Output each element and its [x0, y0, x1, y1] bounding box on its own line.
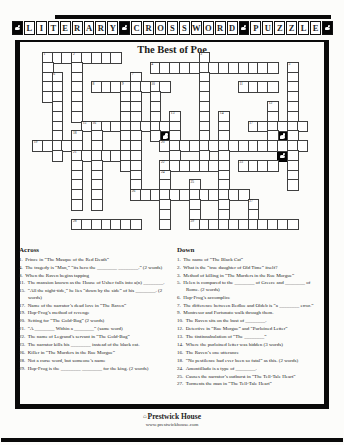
- grid-cell-r1c18[interactable]: [209, 63, 219, 73]
- grid-cell-r7c13[interactable]: [160, 122, 170, 132]
- grid-cell-r8c26[interactable]: [288, 131, 298, 141]
- grid-cell-r13c4[interactable]: [72, 180, 82, 190]
- grid-cell-r11c16[interactable]: [190, 161, 200, 171]
- banner-letter-tile: L: [298, 21, 309, 35]
- raven-icon: [12, 21, 23, 35]
- grid-cell-r15c13[interactable]: [160, 200, 170, 210]
- down-clue-7: 7. The difference between Bedloe and Old…: [177, 303, 324, 309]
- banner-top-rule: [55, 15, 331, 19]
- grid-cell-r1c23[interactable]: [258, 63, 268, 73]
- grid-cell-r4c12[interactable]: [151, 92, 161, 102]
- across-clue-20: 20. Setting for “The Gold-Bug” (2 words): [19, 318, 172, 324]
- grid-cell-r14c6[interactable]: [92, 190, 102, 200]
- grid-cell-r15c6[interactable]: [92, 200, 102, 210]
- grid-cell-r2c2[interactable]: 6: [53, 73, 63, 83]
- across-clue-11: 11. The mansion known as the House of Us…: [19, 280, 172, 286]
- raven-icon: [278, 131, 288, 141]
- clue-number-label: 21: [73, 151, 77, 155]
- grid-cell-r5c12[interactable]: [151, 102, 161, 112]
- grid-cell-r11c14[interactable]: [170, 161, 180, 171]
- grid-cell-r7c19[interactable]: [219, 122, 229, 132]
- grid-cell-r14c16[interactable]: [190, 190, 200, 200]
- grid-cell-r12c10[interactable]: [131, 171, 141, 181]
- grid-cell-r9c3[interactable]: [62, 141, 72, 151]
- grid-cell-r7c10[interactable]: [131, 122, 141, 132]
- grid-cell-r8c17[interactable]: [200, 131, 210, 141]
- banner-letter-tile: L: [24, 21, 35, 35]
- grid-cell-r6c12[interactable]: [151, 112, 161, 122]
- grid-cell-r3c8[interactable]: [111, 82, 121, 92]
- grid-cell-r9c22[interactable]: [249, 141, 259, 151]
- grid-cell-r17c17[interactable]: [200, 220, 210, 230]
- grid-cell-r11c18[interactable]: [209, 161, 219, 171]
- grid-cell-r3c6[interactable]: 8: [92, 82, 102, 92]
- grid-cell-r17c25[interactable]: [278, 220, 288, 230]
- grid-cell-r10c17[interactable]: [200, 151, 210, 161]
- across-clue-list: 1. Prince in “The Masque of the Red Deat…: [19, 257, 172, 372]
- grid-cell-r1c14[interactable]: [170, 63, 180, 73]
- grid-cell-r9c18[interactable]: [209, 141, 219, 151]
- clue-number-label: 15: [83, 122, 87, 126]
- grid-cell-r6c10[interactable]: [131, 112, 141, 122]
- grid-cell-r8c10[interactable]: [131, 131, 141, 141]
- grid-cell-r2c17[interactable]: [200, 73, 210, 83]
- grid-cell-r14c4[interactable]: [72, 190, 82, 200]
- grid-cell-r9c25[interactable]: [278, 141, 288, 151]
- across-clue-29: 29. Hop-Frog is the ________ ________ fo…: [19, 366, 172, 372]
- grid-cell-r4c1[interactable]: [43, 92, 53, 102]
- down-clue-12: 12. Detective in “Rue Morgue” and “Purlo…: [177, 326, 324, 332]
- grid-cell-r1c12[interactable]: 4: [151, 63, 161, 73]
- grid-cell-r7c26[interactable]: [288, 122, 298, 132]
- grid-cell-r7c2[interactable]: [53, 122, 63, 132]
- clue-number-label: 13: [171, 112, 175, 116]
- grid-cell-r6c14[interactable]: 13: [170, 112, 180, 122]
- grid-cell-r7c6[interactable]: 16: [92, 122, 102, 132]
- grid-cell-r1c22[interactable]: [249, 63, 259, 73]
- grid-cell-r7c14[interactable]: [170, 122, 180, 132]
- clue-number-label: 4: [151, 63, 153, 67]
- grid-cell-r3c4[interactable]: [72, 82, 82, 92]
- grid-cell-r3c23[interactable]: [258, 82, 268, 92]
- grid-cell-r7c23[interactable]: [258, 122, 268, 132]
- grid-cell-r17c9[interactable]: [121, 220, 131, 230]
- grid-cell-r10c7[interactable]: [102, 151, 112, 161]
- grid-cell-r11c26[interactable]: [288, 161, 298, 171]
- grid-cell-r9c0[interactable]: 19: [33, 141, 43, 151]
- grid-cell-r17c21[interactable]: [239, 220, 249, 230]
- banner-letter-tile: T: [48, 21, 59, 35]
- raven-icon: [239, 21, 250, 35]
- publisher-name: Prestwick House: [148, 412, 201, 421]
- grid-cell-r17c7[interactable]: [102, 220, 112, 230]
- across-clue-21: 21. “A ________ Within a ________” (same…: [19, 326, 172, 332]
- grid-cell-r10c19[interactable]: [219, 151, 229, 161]
- grid-cell-r7c11[interactable]: [141, 122, 151, 132]
- grid-cell-r17c23[interactable]: [258, 220, 268, 230]
- banner-letter-tile: R: [143, 21, 154, 35]
- clue-number-label: 3: [200, 53, 202, 57]
- clue-number-label: 17: [249, 122, 253, 126]
- across-clue-4: 4. The tragedy is “Man,” “its hero the _…: [19, 265, 172, 271]
- grid-cell-r3c13[interactable]: [160, 82, 170, 92]
- grid-cell-r7c7[interactable]: [102, 122, 112, 132]
- grid-cell-r12c13[interactable]: 24: [160, 171, 170, 181]
- grid-cell-r6c9[interactable]: [121, 112, 131, 122]
- grid-cell-r17c8[interactable]: [111, 220, 121, 230]
- grid-cell-r8c14[interactable]: [170, 131, 180, 141]
- grid-cell-r14c13[interactable]: [160, 190, 170, 200]
- grid-cell-r0c17[interactable]: 3: [200, 53, 210, 63]
- grid-cell-r16c19[interactable]: [219, 210, 229, 220]
- clue-number-label: 22: [161, 161, 165, 165]
- across-clue-28: 28. Not a curse word, but someone’s name: [19, 358, 172, 364]
- grid-cell-r10c10[interactable]: [131, 151, 141, 161]
- grid-cell-r14c21[interactable]: [239, 190, 249, 200]
- crossword-grid: 1234567891011121314151617181920212223242…: [33, 53, 307, 229]
- banner-letter-tile: Z: [286, 21, 297, 35]
- grid-cell-r13c19[interactable]: [219, 180, 229, 190]
- grid-cell-r14c19[interactable]: [219, 190, 229, 200]
- clue-number-label: 28: [73, 220, 77, 224]
- banner-letter-tile: S: [167, 21, 178, 35]
- banner-letter-tile: D: [227, 21, 238, 35]
- across-clue-22: 22. The name of Legrand’s servant in “Th…: [19, 334, 172, 340]
- down-clue-1: 1. The name of “The Black Cat”: [177, 257, 324, 263]
- grid-cell-r14c11[interactable]: [141, 190, 151, 200]
- across-clue-23: 23. The narrator kills his ________ inst…: [19, 342, 172, 348]
- grid-cell-r16c13[interactable]: [160, 210, 170, 220]
- grid-cell-r7c25[interactable]: [278, 122, 288, 132]
- grid-cell-r8c9[interactable]: [121, 131, 131, 141]
- down-clue-list: 1. The name of “The Black Cat”2. What is…: [177, 257, 324, 388]
- page-bottom-rule: [1, 438, 343, 442]
- grid-cell-r1c24[interactable]: [268, 63, 278, 73]
- grid-cell-r13c16[interactable]: 25: [190, 180, 200, 190]
- grid-cell-r8c6[interactable]: [92, 131, 102, 141]
- down-heading: Down: [177, 246, 324, 255]
- grid-cell-r2c1[interactable]: [43, 73, 53, 83]
- grid-cell-r0c7[interactable]: [102, 53, 112, 63]
- clue-number-label: 7: [132, 73, 134, 77]
- grid-cell-r5c4[interactable]: [72, 102, 82, 112]
- grid-cell-r9c27[interactable]: [298, 141, 308, 151]
- banner-letter-tile: O: [203, 21, 214, 35]
- grid-cell-r1c21[interactable]: [239, 63, 249, 73]
- raven-icon: [322, 21, 333, 35]
- grid-cell-r10c9[interactable]: [121, 151, 131, 161]
- grid-cell-r9c13[interactable]: 20: [160, 141, 170, 151]
- grid-cell-r0c4[interactable]: 2: [72, 53, 82, 63]
- down-clue-5: 5. Helen is compared to the ________ of …: [177, 280, 324, 293]
- grid-cell-r3c1[interactable]: [43, 82, 53, 92]
- grid-cell-r9c6[interactable]: [92, 141, 102, 151]
- down-clues-section: Down 1. The name of “The Black Cat”2. Wh…: [177, 246, 324, 389]
- grid-cell-r17c26[interactable]: [288, 220, 298, 230]
- grid-cell-r3c22[interactable]: [249, 82, 259, 92]
- grid-cell-r16c22[interactable]: [249, 210, 259, 220]
- grid-cell-r14c10[interactable]: 26: [131, 190, 141, 200]
- across-clue-15: 15. “All the night-tide,” he lies “down …: [19, 288, 172, 301]
- banner-letter-tiles: LITERARYCROSSWORDPUZZLE: [12, 21, 333, 35]
- across-clue-8: 8. When the Raven begins tapping: [19, 273, 172, 279]
- grid-cell-r17c5[interactable]: [82, 220, 92, 230]
- grid-cell-r17c10[interactable]: [131, 220, 141, 230]
- down-clue-13: 13. The tintinnabulation of “The _______…: [177, 334, 324, 340]
- clue-number-label: 24: [161, 171, 165, 175]
- grid-cell-r9c9[interactable]: [121, 141, 131, 151]
- clue-number-label: 2: [73, 53, 75, 57]
- grid-cell-r9c1[interactable]: [43, 141, 53, 151]
- grid-cell-r9c26[interactable]: [288, 141, 298, 151]
- grid-cell-r12c4[interactable]: [72, 171, 82, 181]
- grid-cell-r3c11[interactable]: [141, 82, 151, 92]
- banner-letter-tile: Z: [274, 21, 285, 35]
- grid-cell-r11c23[interactable]: [258, 161, 268, 171]
- grid-cell-r9c23[interactable]: [258, 141, 268, 151]
- grid-cell-r14c18[interactable]: [209, 190, 219, 200]
- clue-number-label: 27: [249, 200, 253, 204]
- grid-cell-r8c12[interactable]: [151, 131, 161, 141]
- grid-cell-r10c5[interactable]: [82, 151, 92, 161]
- grid-cell-r6c24[interactable]: [268, 112, 278, 122]
- grid-cell-r1c13[interactable]: [160, 63, 170, 73]
- grid-cell-r14c20[interactable]: [229, 190, 239, 200]
- grid-cell-r0c3[interactable]: [62, 53, 72, 63]
- grid-cell-r0c6[interactable]: [92, 53, 102, 63]
- banner-letter-tile: C: [131, 21, 142, 35]
- grid-cell-r9c20[interactable]: [229, 141, 239, 151]
- grid-cell-r7c27[interactable]: [298, 122, 308, 132]
- grid-cell-r8c19[interactable]: [219, 131, 229, 141]
- grid-cell-r5c9[interactable]: [121, 102, 131, 112]
- across-clues-section: Across 1. Prince in “The Masque of the R…: [19, 246, 172, 374]
- grid-cell-r1c1[interactable]: [43, 63, 53, 73]
- grid-cell-r12c26[interactable]: [288, 171, 298, 181]
- down-clue-14: 14. Where the purloined letter was hidde…: [177, 342, 324, 348]
- grid-cell-r15c19[interactable]: [219, 200, 229, 210]
- banner-letter-tile: S: [179, 21, 190, 35]
- grid-cell-r11c15[interactable]: [180, 161, 190, 171]
- grid-cell-r1c17[interactable]: [200, 63, 210, 73]
- grid-cell-r14c12[interactable]: [151, 190, 161, 200]
- grid-cell-r3c10[interactable]: [131, 82, 141, 92]
- grid-cell-r4c9[interactable]: [121, 92, 131, 102]
- grid-cell-r2c10[interactable]: 7: [131, 73, 141, 83]
- banner-letter-tile: O: [155, 21, 166, 35]
- grid-cell-r7c8[interactable]: [111, 122, 121, 132]
- clue-number-label: 25: [190, 181, 194, 185]
- grid-cell-r17c24[interactable]: [268, 220, 278, 230]
- grid-cell-r9c15[interactable]: [180, 141, 190, 151]
- down-clue-9: 9. Montresor and Fortunato walk through …: [177, 310, 324, 316]
- grid-cell-r0c2[interactable]: [53, 53, 63, 63]
- down-clue-27: 27. Torments the man in “The Tell-Tale H…: [177, 381, 324, 387]
- banner-letter-tile: E: [310, 21, 321, 35]
- down-clue-24: 24. Amontillado is a type of ________.: [177, 366, 324, 372]
- grid-cell-r3c7[interactable]: [102, 82, 112, 92]
- down-clue-10: 10. The Raven sits on the bust of ______…: [177, 318, 324, 324]
- clue-number-label: 20: [161, 141, 165, 145]
- grid-cell-r5c26[interactable]: [288, 102, 298, 112]
- down-clue-3: 3. Method of killing in “The Murders in …: [177, 273, 324, 279]
- grid-cell-r8c4[interactable]: 18: [72, 131, 82, 141]
- grid-cell-r15c22[interactable]: 27: [249, 200, 259, 210]
- grid-cell-r9c19[interactable]: [219, 141, 229, 151]
- grid-cell-r14c17[interactable]: [200, 190, 210, 200]
- grid-cell-r6c4[interactable]: [72, 112, 82, 122]
- grid-cell-r7c12[interactable]: [151, 122, 161, 132]
- grid-cell-r1c16[interactable]: [190, 63, 200, 73]
- grid-cell-r5c2[interactable]: [53, 102, 63, 112]
- grid-cell-r10c26[interactable]: [288, 151, 298, 161]
- grid-cell-r11c24[interactable]: [268, 161, 278, 171]
- across-clue-1: 1. Prince in “The Masque of the Red Deat…: [19, 257, 172, 263]
- grid-cell-r15c16[interactable]: [190, 200, 200, 210]
- grid-cell-r0c5[interactable]: [82, 53, 92, 63]
- grid-cell-r7c5[interactable]: 15: [82, 122, 92, 132]
- grid-cell-r4c4[interactable]: [72, 92, 82, 102]
- grid-cell-r1c15[interactable]: [180, 63, 190, 73]
- clue-number-label: 12: [269, 102, 273, 106]
- grid-cell-r2c4[interactable]: [72, 73, 82, 83]
- grid-cell-r4c10[interactable]: [131, 92, 141, 102]
- grid-cell-r17c4[interactable]: 28: [72, 220, 82, 230]
- grid-cell-r17c16[interactable]: 29: [190, 220, 200, 230]
- grid-cell-r14c14[interactable]: [170, 190, 180, 200]
- clue-number-label: 23: [239, 161, 243, 165]
- banner-letter-tile: R: [95, 21, 106, 35]
- grid-cell-r1c20[interactable]: [229, 63, 239, 73]
- clue-number-label: 26: [132, 190, 136, 194]
- grid-cell-r9c16[interactable]: [190, 141, 200, 151]
- clue-number-label: 5: [288, 63, 290, 67]
- grid-cell-r9c17[interactable]: [200, 141, 210, 151]
- across-clue-26: 26. Killer in “The Murders in the Rue Mo…: [19, 350, 172, 356]
- grid-cell-r17c6[interactable]: [92, 220, 102, 230]
- grid-cell-r5c10[interactable]: [131, 102, 141, 112]
- grid-cell-r1c4[interactable]: [72, 63, 82, 73]
- grid-cell-r11c6[interactable]: [92, 161, 102, 171]
- grid-cell-r10c4[interactable]: 21: [72, 151, 82, 161]
- across-clue-17: 17. Name of the narrator’s dead love in …: [19, 303, 172, 309]
- grid-cell-r4c17[interactable]: [200, 92, 210, 102]
- grid-cell-r8c2[interactable]: [53, 131, 63, 141]
- across-clue-19: 19. Hop-Frog’s method of revenge: [19, 310, 172, 316]
- clue-number-label: 16: [92, 122, 96, 126]
- grid-cell-r10c14[interactable]: [170, 151, 180, 161]
- grid-cell-r8c24[interactable]: [268, 131, 278, 141]
- grid-cell-r6c2[interactable]: [53, 112, 63, 122]
- grid-cell-r4c2[interactable]: [53, 92, 63, 102]
- grid-cell-r9c24[interactable]: [268, 141, 278, 151]
- grid-cell-r11c9[interactable]: [121, 161, 131, 171]
- grid-cell-r5c24[interactable]: 12: [268, 102, 278, 112]
- clue-number-label: 18: [73, 132, 77, 136]
- grid-cell-r3c24[interactable]: [268, 82, 278, 92]
- grid-cell-r14c15[interactable]: [180, 190, 190, 200]
- down-clue-25: 25. Causes the narrator’s outburst in “T…: [177, 374, 324, 380]
- grid-cell-r11c4[interactable]: [72, 161, 82, 171]
- grid-cell-r13c13[interactable]: [160, 180, 170, 190]
- grid-cell-r3c17[interactable]: [200, 82, 210, 92]
- grid-cell-r7c22[interactable]: 17: [249, 122, 259, 132]
- clue-number-label: 10: [151, 83, 155, 87]
- banner-letter-tile: A: [84, 21, 95, 35]
- grid-cell-r7c9[interactable]: [121, 122, 131, 132]
- grid-cell-r9c10[interactable]: [131, 141, 141, 151]
- grid-cell-r10c6[interactable]: [92, 151, 102, 161]
- grid-cell-r6c17[interactable]: [200, 112, 210, 122]
- grid-cell-r9c14[interactable]: [170, 141, 180, 151]
- house-icon: ⌂: [143, 413, 147, 419]
- banner-letter-tile: W: [191, 21, 202, 35]
- grid-cell-r11c22[interactable]: [249, 161, 259, 171]
- grid-cell-r3c26[interactable]: [288, 82, 298, 92]
- grid-cell-r13c26[interactable]: [288, 180, 298, 190]
- grid-cell-r3c21[interactable]: 11: [239, 82, 249, 92]
- clue-number-label: 11: [239, 83, 242, 87]
- banner-letter-tile: P: [250, 21, 261, 35]
- grid-cell-r9c21[interactable]: [239, 141, 249, 151]
- down-clue-16: 16. The Raven’s one utterance: [177, 350, 324, 356]
- down-clue-6: 6. Hop-Frog’s accomplice: [177, 295, 324, 301]
- raven-icon: [278, 151, 288, 161]
- clue-number-label: 1: [43, 53, 45, 57]
- grid-cell-r10c2[interactable]: [53, 151, 63, 161]
- grid-cell-r17c19[interactable]: [219, 220, 229, 230]
- grid-cell-r1c26[interactable]: 5: [288, 63, 298, 73]
- clue-number-label: 14: [220, 112, 224, 116]
- grid-cell-r11c17[interactable]: [200, 161, 210, 171]
- grid-cell-r17c13[interactable]: [160, 220, 170, 230]
- grid-cell-r17c18[interactable]: [209, 220, 219, 230]
- grid-cell-r2c26[interactable]: [288, 73, 298, 83]
- grid-cell-r0c1[interactable]: 1: [43, 53, 53, 63]
- grid-cell-r11c19[interactable]: [219, 161, 229, 171]
- grid-cell-r7c24[interactable]: [268, 122, 278, 132]
- grid-cell-r9c2[interactable]: [53, 141, 63, 151]
- grid-cell-r7c17[interactable]: [200, 122, 210, 132]
- grid-cell-r0c8[interactable]: [111, 53, 121, 63]
- grid-cell-r12c6[interactable]: [92, 171, 102, 181]
- grid-cell-r6c26[interactable]: [288, 112, 298, 122]
- publisher-logo: ⌂Prestwick House: [0, 412, 344, 421]
- down-clue-2: 2. What is the “true daughter of Old Tim…: [177, 265, 324, 271]
- clue-number-label: 6: [53, 73, 55, 77]
- banner-letter-tile: U: [262, 21, 273, 35]
- grid-cell-r5c17[interactable]: [200, 102, 210, 112]
- grid-cell-r12c19[interactable]: [219, 171, 229, 181]
- grid-cell-r15c4[interactable]: [72, 200, 82, 210]
- grid-cell-r3c12[interactable]: 10: [151, 82, 161, 92]
- grid-cell-r11c10[interactable]: [131, 161, 141, 171]
- grid-cell-r10c8[interactable]: [111, 151, 121, 161]
- grid-cell-r17c22[interactable]: [249, 220, 259, 230]
- grid-cell-r13c6[interactable]: [92, 180, 102, 190]
- grid-cell-r6c19[interactable]: 14: [219, 112, 229, 122]
- banner-letter-tile: R: [215, 21, 226, 35]
- grid-cell-r17c20[interactable]: [229, 220, 239, 230]
- publisher-website: www.prestwickhouse.com: [0, 422, 344, 427]
- grid-cell-r4c26[interactable]: [288, 92, 298, 102]
- grid-cell-r11c21[interactable]: 23: [239, 161, 249, 171]
- grid-cell-r3c9[interactable]: 9: [121, 82, 131, 92]
- banner-letter-tile: E: [60, 21, 71, 35]
- grid-cell-r1c19[interactable]: [219, 63, 229, 73]
- grid-cell-r3c2[interactable]: [53, 82, 63, 92]
- across-heading: Across: [19, 246, 172, 255]
